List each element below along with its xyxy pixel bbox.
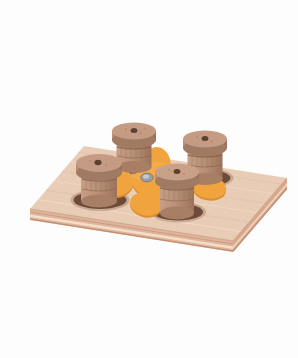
peg-top-hole	[131, 128, 138, 133]
peg-top-hole	[202, 136, 209, 141]
peg-top-hole	[174, 169, 181, 174]
pivot-screw-icon	[141, 173, 153, 182]
peg-front-center	[155, 164, 199, 220]
peg-top-hole	[94, 160, 101, 165]
peg-mid-left	[76, 154, 122, 208]
toy-scene	[0, 0, 298, 358]
product-photo	[0, 0, 298, 358]
toy-photo-figure	[0, 0, 298, 358]
